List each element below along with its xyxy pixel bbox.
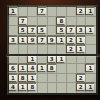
number-tile[interactable]: 1 (19, 82, 27, 90)
number-tile[interactable]: 1 (28, 73, 36, 81)
tile-digit: 1 (59, 56, 63, 62)
number-tile[interactable]: 3 (9, 35, 17, 43)
number-tile[interactable]: 9 (48, 35, 56, 43)
board-cell (67, 7, 77, 17)
tile-digit: 5 (59, 27, 63, 33)
board-cell (67, 55, 77, 65)
tile-digit: 3 (11, 36, 15, 42)
board-cell (57, 74, 67, 84)
board-cell: 1 (86, 64, 96, 74)
board-cell (67, 74, 77, 84)
board-cell (28, 7, 38, 17)
tile-digit: 9 (30, 36, 34, 42)
number-tile[interactable]: 9 (28, 35, 36, 43)
board-cell: 9 (28, 36, 38, 46)
number-tile[interactable]: 3 (77, 25, 85, 33)
board-cell: 3 (9, 36, 19, 46)
number-tile[interactable]: 1 (9, 6, 17, 14)
board-cell: 1 (57, 36, 67, 46)
number-tile[interactable]: 7 (38, 35, 46, 43)
tile-digit: 4 (11, 84, 15, 90)
number-tile[interactable]: 1 (38, 63, 46, 71)
number-tile[interactable]: 4 (28, 63, 36, 71)
number-tile[interactable]: 1 (77, 44, 85, 52)
tile-digit: 5 (21, 27, 25, 33)
tile-digit: 1 (79, 46, 83, 52)
board-cell (48, 7, 58, 17)
number-tile[interactable]: 1 (86, 6, 94, 14)
board-cell (77, 55, 87, 65)
board-cell (9, 17, 19, 27)
tile-digit: 1 (21, 36, 25, 42)
tile-digit: 1 (88, 8, 92, 14)
board-cell: 7 (38, 36, 48, 46)
tile-digit: 1 (79, 36, 83, 42)
board-cell: 9 (48, 36, 58, 46)
tile-digit: 7 (21, 17, 25, 23)
tile-digit: 7 (40, 8, 44, 14)
board-cell: 8 (48, 64, 58, 74)
board-cell (38, 74, 48, 84)
tile-digit: 1 (88, 84, 92, 90)
number-tile[interactable]: 8 (48, 63, 56, 71)
board-cell: 4 (9, 83, 19, 93)
tile-digit: 5 (40, 27, 44, 33)
number-tile[interactable]: 2 (67, 44, 75, 52)
board-cell: 1 (57, 55, 67, 65)
number-tile[interactable]: 2 (77, 82, 85, 90)
number-tile[interactable]: 1 (19, 63, 27, 71)
board-cell (67, 64, 77, 74)
number-tile[interactable]: 8 (19, 73, 27, 81)
tile-digit: 1 (59, 36, 63, 42)
tile-digit: 2 (79, 84, 83, 90)
tile-digit: 2 (79, 8, 83, 14)
tile-digit: 8 (30, 84, 34, 90)
number-tile[interactable]: 4 (9, 82, 17, 90)
number-tile[interactable]: 2 (77, 73, 85, 81)
tile-digit: 2 (69, 46, 73, 52)
number-tile[interactable]: 7 (19, 16, 27, 24)
tile-digit: 2 (79, 75, 83, 81)
board-cell: 2 (77, 7, 87, 17)
number-tile[interactable]: 1 (77, 35, 85, 43)
tile-digit: 7 (69, 27, 73, 33)
tile-digit: 1 (30, 56, 34, 62)
board-cell: 1 (86, 83, 96, 93)
board-cell: 2 (77, 83, 87, 93)
tile-digit: 7 (30, 27, 34, 33)
tile-digit: 3 (50, 56, 54, 62)
photo-background: 1721785755731319791212113161418118124182… (0, 0, 100, 100)
board-cell (86, 36, 96, 46)
tile-digit: 6 (11, 65, 15, 71)
number-tile[interactable]: 5 (57, 25, 65, 33)
number-tile[interactable]: 6 (9, 63, 17, 71)
board-cell: 1 (19, 83, 29, 93)
tile-digit: 8 (50, 65, 54, 71)
number-tile[interactable]: 7 (67, 25, 75, 33)
board-grid: 1721785755731319791212113161418118124182… (9, 7, 96, 93)
board-cell (38, 83, 48, 93)
tile-digit: 1 (88, 65, 92, 71)
tile-digit: 1 (21, 84, 25, 90)
number-tile[interactable]: 1 (57, 35, 65, 43)
tile-digit: 1 (40, 65, 44, 71)
board-cell (48, 74, 58, 84)
number-tile[interactable]: 5 (19, 25, 27, 33)
number-tile[interactable]: 5 (38, 25, 46, 33)
tile-digit: 7 (40, 36, 44, 42)
tile-digit: 1 (88, 27, 92, 33)
number-tile[interactable]: 1 (86, 82, 94, 90)
number-tile[interactable]: 1 (19, 35, 27, 43)
tile-digit: 9 (50, 36, 54, 42)
number-tile[interactable]: 2 (67, 35, 75, 43)
number-tile[interactable]: 7 (38, 6, 46, 14)
number-tile[interactable]: 1 (9, 73, 17, 81)
board-cell: 8 (28, 83, 38, 93)
board-cell (48, 83, 58, 93)
tile-digit: 4 (30, 65, 34, 71)
tile-digit: 3 (79, 27, 83, 33)
board-cell: 7 (38, 7, 48, 17)
sudoku-board: 1721785755731319791212113161418118124182… (7, 5, 98, 95)
tile-digit: 1 (30, 75, 34, 81)
number-tile[interactable]: 8 (28, 82, 36, 90)
tile-digit: 2 (69, 36, 73, 42)
number-tile[interactable]: 1 (86, 63, 94, 71)
number-tile[interactable]: 8 (57, 16, 65, 24)
board-cell (67, 83, 77, 93)
board-cell (57, 64, 67, 74)
board-cell (48, 17, 58, 27)
number-tile[interactable]: 2 (77, 6, 85, 14)
tile-digit: 1 (21, 65, 25, 71)
tile-digit: 1 (11, 75, 15, 81)
board-cell (57, 83, 67, 93)
tile-digit: 1 (11, 8, 15, 14)
tile-digit: 8 (21, 75, 25, 81)
board-hinge-line (6, 54, 100, 56)
board-cell: 1 (86, 7, 96, 17)
board-cell: 1 (38, 64, 48, 74)
board-cell: 1 (19, 36, 29, 46)
number-tile[interactable]: 7 (28, 25, 36, 33)
number-tile[interactable]: 1 (86, 25, 94, 33)
board-cell: 1 (9, 7, 19, 17)
tile-digit: 8 (59, 17, 63, 23)
board-cell: 1 (86, 26, 96, 36)
